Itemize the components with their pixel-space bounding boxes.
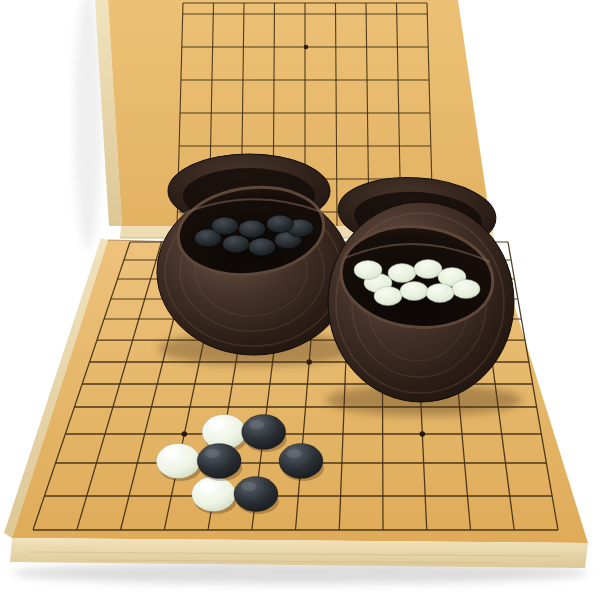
stone-highlight	[210, 420, 225, 429]
star-point	[182, 431, 188, 437]
star-point	[420, 431, 426, 437]
white-stone-in-bowl	[400, 282, 428, 301]
black-stone-in-bowl	[249, 238, 276, 256]
white-stone-in-bowl	[388, 264, 416, 283]
white-stone-bowl	[328, 202, 514, 402]
white-stone-in-bowl	[414, 260, 442, 279]
stone-highlight	[199, 482, 214, 491]
white-stone-in-bowl	[354, 261, 382, 280]
stone-highlight	[249, 420, 264, 429]
white-stone-in-bowl	[426, 284, 454, 303]
black-stone-in-bowl	[223, 235, 250, 253]
stone-highlight	[164, 449, 179, 458]
white-stone	[156, 444, 200, 479]
stone-highlight	[205, 449, 220, 458]
black-stone	[234, 477, 278, 512]
stone-highlight	[286, 449, 301, 458]
white-stone	[192, 477, 236, 512]
black-stone-in-bowl	[212, 217, 239, 235]
white-stone-in-bowl	[374, 287, 402, 306]
black-stone	[242, 415, 286, 450]
black-stone	[279, 444, 323, 479]
black-stone-in-bowl	[267, 215, 294, 233]
star-point	[304, 45, 309, 50]
black-stone-in-bowl	[239, 220, 266, 238]
black-stone	[197, 444, 241, 479]
stone-highlight	[241, 482, 256, 491]
go-set-photo-svg	[0, 0, 600, 600]
white-stone-in-bowl	[452, 280, 480, 299]
go-set-photo	[0, 0, 600, 600]
